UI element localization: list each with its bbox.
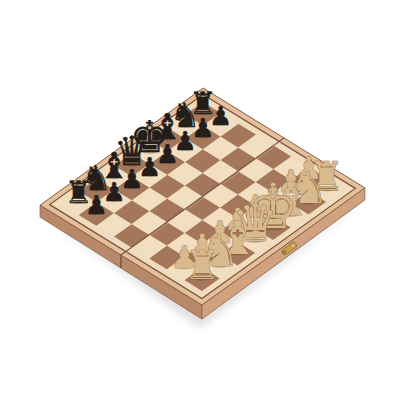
chess-set-photo: ♜♟♞♟♝♟♚♟♛♟♝♟♟♜♞♟♟♞♜♟♟♝♟♚♟♛♟♝♟♞♟♜ [0,0,400,400]
chess-scene-svg: ♜♟♞♟♝♟♚♟♛♟♝♟♟♜♞♟♟♞♜♟♟♝♟♚♟♛♟♝♟♞♟♜ [0,0,400,400]
piece-black-pawn-a7: ♟ [85,190,108,220]
piece-white-rook-a1: ♜ [184,242,220,288]
